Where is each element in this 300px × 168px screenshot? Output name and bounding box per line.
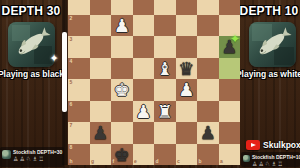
square-h7[interactable]: 7 xyxy=(68,122,90,144)
square-c6[interactable] xyxy=(176,101,198,123)
stockfish-mini-logo-left-icon xyxy=(2,150,11,159)
file-label-f: f xyxy=(113,159,115,164)
square-g4[interactable] xyxy=(90,58,112,80)
sparkle-icon: ✦ xyxy=(48,53,60,65)
square-h6[interactable]: 6 xyxy=(68,101,90,123)
piece-bK: ♚ xyxy=(111,144,133,166)
stockfish-logo-right-icon xyxy=(249,22,296,67)
square-e7[interactable] xyxy=(133,122,155,144)
square-g6[interactable] xyxy=(90,101,112,123)
square-f5[interactable]: ♚ xyxy=(111,79,133,101)
file-label-b: b xyxy=(199,159,202,164)
youtube-play-icon xyxy=(246,140,260,150)
thumbnail-stage: DEPTH 30 xyxy=(0,0,300,168)
square-e1[interactable] xyxy=(133,0,155,15)
channel-watermark: Skulkpox xyxy=(246,140,300,150)
piece-wK: ♚ xyxy=(111,79,133,101)
rank-label-4: 4 xyxy=(70,59,73,64)
square-g5[interactable] xyxy=(90,79,112,101)
right-depth-label: DEPTH 10 xyxy=(238,4,300,18)
square-b7[interactable]: ♟ xyxy=(197,122,219,144)
square-b8[interactable]: b xyxy=(197,144,219,166)
left-depth-label: DEPTH 30 xyxy=(0,4,62,18)
square-d6[interactable]: ♜ xyxy=(154,101,176,123)
last-move-star-icon: ✦ xyxy=(228,32,242,46)
square-a5[interactable] xyxy=(219,79,241,101)
piece-wR: ♜ xyxy=(154,101,176,123)
square-f8[interactable]: f♚ xyxy=(111,144,133,166)
piece-wP: ♟ xyxy=(176,79,198,101)
eval-bar-white-section xyxy=(62,32,67,112)
square-g7[interactable]: ♟ xyxy=(90,122,112,144)
square-b3[interactable] xyxy=(197,36,219,58)
square-f1[interactable] xyxy=(111,0,133,15)
square-a1[interactable] xyxy=(219,0,241,15)
square-h3[interactable]: 3 xyxy=(68,36,90,58)
piece-wP: ♟ xyxy=(111,15,133,37)
square-a6[interactable] xyxy=(219,101,241,123)
file-label-a: a xyxy=(220,159,223,164)
right-side-label: Playing as white xyxy=(235,69,300,79)
square-b4[interactable] xyxy=(197,58,219,80)
square-d2[interactable] xyxy=(154,15,176,37)
square-b6[interactable] xyxy=(197,101,219,123)
square-g8[interactable]: g xyxy=(90,144,112,166)
square-f2[interactable]: ♟ xyxy=(111,15,133,37)
square-g2[interactable] xyxy=(90,15,112,37)
square-b1[interactable] xyxy=(197,0,219,15)
left-side-label: Playing as black xyxy=(0,69,65,79)
square-a4[interactable] xyxy=(219,58,241,80)
square-d7[interactable] xyxy=(154,122,176,144)
square-e6[interactable]: ♟ xyxy=(133,101,155,123)
square-h8[interactable]: 8h xyxy=(68,144,90,166)
rank-label-8: 8 xyxy=(70,145,73,150)
rank-label-2: 2 xyxy=(70,16,73,21)
piece-bQ: ♛ xyxy=(176,58,198,80)
square-f3[interactable] xyxy=(111,36,133,58)
square-f6[interactable] xyxy=(111,101,133,123)
square-d3[interactable] xyxy=(154,36,176,58)
square-g1[interactable] xyxy=(90,0,112,15)
square-c4[interactable]: ♛ xyxy=(176,58,198,80)
square-h5[interactable]: 5 xyxy=(68,79,90,101)
square-a8[interactable]: a xyxy=(219,144,241,166)
square-e2[interactable] xyxy=(133,15,155,37)
square-d8[interactable]: d xyxy=(154,144,176,166)
square-h4[interactable]: 4 xyxy=(68,58,90,80)
piece-wP: ♟ xyxy=(133,101,155,123)
square-e3[interactable] xyxy=(133,36,155,58)
file-label-g: g xyxy=(91,159,94,164)
square-f7[interactable] xyxy=(111,122,133,144)
channel-name: Skulkpox xyxy=(263,140,300,150)
square-f4[interactable] xyxy=(111,58,133,80)
square-c3[interactable] xyxy=(176,36,198,58)
rank-label-3: 3 xyxy=(70,37,73,42)
piece-wB: ♝ xyxy=(154,58,176,80)
square-b5[interactable] xyxy=(197,79,219,101)
square-c1[interactable] xyxy=(176,0,198,15)
left-engine-panel: DEPTH 30 xyxy=(0,0,62,168)
square-e8[interactable]: e xyxy=(133,144,155,166)
square-h2[interactable]: 2 xyxy=(68,15,90,37)
square-g3[interactable] xyxy=(90,36,112,58)
piece-bP: ♟ xyxy=(90,122,112,144)
square-h1[interactable]: 1 xyxy=(68,0,90,15)
square-c2[interactable] xyxy=(176,15,198,37)
left-info-captured-pieces: ♙♙♘♗♖ xyxy=(13,156,61,162)
square-e4[interactable] xyxy=(133,58,155,80)
rank-label-5: 5 xyxy=(70,80,73,85)
square-d1[interactable] xyxy=(154,0,176,15)
square-c8[interactable]: c xyxy=(176,144,198,166)
right-engine-infobox: Stockfish DEPTH=10 ♙♙♘♗♖ xyxy=(241,152,300,167)
square-c5[interactable]: ♟ xyxy=(176,79,198,101)
file-label-h: h xyxy=(70,159,73,164)
square-c7[interactable] xyxy=(176,122,198,144)
rank-label-6: 6 xyxy=(70,102,73,107)
file-label-c: c xyxy=(177,159,180,164)
square-d4[interactable]: ♝ xyxy=(154,58,176,80)
piece-bP: ♟ xyxy=(197,122,219,144)
stockfish-mini-logo-right-icon xyxy=(243,155,250,162)
square-e5[interactable] xyxy=(133,79,155,101)
right-info-captured-pieces: ♙♙♘♗♖ xyxy=(252,161,297,167)
file-label-e: e xyxy=(134,159,137,164)
rank-label-7: 7 xyxy=(70,123,73,128)
square-b2[interactable] xyxy=(197,15,219,37)
square-a7[interactable] xyxy=(219,122,241,144)
file-label-d: d xyxy=(156,159,159,164)
square-d5[interactable] xyxy=(154,79,176,101)
left-engine-infobox: Stockfish DEPTH=30 ♙♙♘♗♖ xyxy=(0,147,64,167)
chess-board: 12♟3♟4♝♛5♚♟6♟♜7♟♟8hgf♚edcba xyxy=(68,0,240,165)
